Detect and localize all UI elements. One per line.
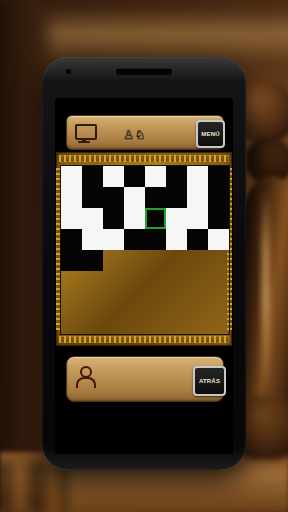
captured-knight-icon: ♘ [135,128,146,142]
square-d2[interactable] [187,229,208,250]
captured-pieces-tray: ♙ ♘ [123,124,167,142]
chess-board [60,165,230,335]
square-d3[interactable] [103,229,124,250]
frame-meander-bottom [59,336,229,343]
square-a6[interactable] [103,166,124,187]
bottom-hud-bar: ATRÁS [66,356,224,402]
square-h4[interactable] [208,208,229,229]
square-c5[interactable] [145,187,166,208]
square-b4[interactable] [103,208,124,229]
square-c4[interactable] [124,208,145,229]
square-b5[interactable] [124,187,145,208]
app-screen: ♙ ♘ MENÚ ATRÁS [55,98,233,454]
square-g5[interactable] [208,187,229,208]
square-b6[interactable] [124,166,145,187]
background-chessboard-blur [0,462,68,512]
square-c6[interactable] [145,166,166,187]
front-camera [66,69,71,74]
square-d7[interactable] [61,166,82,187]
square-h6[interactable] [82,187,103,208]
back-button[interactable]: ATRÁS [193,366,226,396]
square-h3[interactable] [166,229,187,250]
square-f6[interactable] [208,166,229,187]
square-g3[interactable] [145,229,166,250]
square-g4[interactable] [187,208,208,229]
captured-pawn-icon: ♙ [123,128,134,142]
earpiece-speaker [116,68,172,75]
computer-opponent-icon [75,124,97,140]
square-g6[interactable] [61,187,82,208]
square-f5[interactable] [187,187,208,208]
square-d6[interactable] [166,166,187,187]
square-e7[interactable] [82,166,103,187]
screenshot-canvas: ♙ ♘ MENÚ ATRÁS [0,0,288,512]
square-a4[interactable] [82,208,103,229]
square-e4[interactable] [166,208,187,229]
top-hud-bar: ♙ ♘ MENÚ [66,115,224,150]
square-a3[interactable] [61,229,82,250]
menu-button[interactable]: MENÚ [196,120,225,148]
board-frame [56,152,232,346]
square-e5[interactable] [166,187,187,208]
square-a5[interactable] [103,187,124,208]
square-e6[interactable] [187,166,208,187]
square-b1[interactable] [208,229,229,250]
phone-frame: ♙ ♘ MENÚ ATRÁS [42,57,246,470]
square-b3[interactable] [82,229,103,250]
square-g1[interactable] [82,250,103,271]
square-h5[interactable] [61,208,82,229]
square-c1[interactable] [61,250,82,271]
square-d4[interactable] [145,208,166,229]
square-e3[interactable] [124,229,145,250]
frame-meander-top [59,155,229,162]
